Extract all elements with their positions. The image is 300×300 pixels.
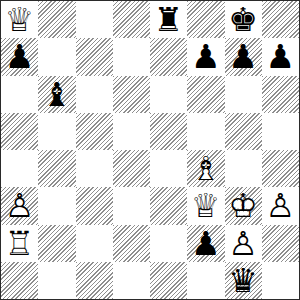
- square-c6[interactable]: [76, 76, 113, 113]
- black-pawn-glyph: ♟: [1, 38, 38, 75]
- square-b5[interactable]: [38, 113, 75, 150]
- square-c2[interactable]: [76, 225, 113, 262]
- square-a5[interactable]: [1, 113, 38, 150]
- square-h2[interactable]: [262, 225, 299, 262]
- square-h8[interactable]: [262, 1, 299, 38]
- square-e4[interactable]: [150, 150, 187, 187]
- white-bishop-glyph: ♗: [187, 150, 224, 187]
- square-b2[interactable]: [38, 225, 75, 262]
- square-b8[interactable]: [38, 1, 75, 38]
- white-queen: ♛♕: [187, 187, 224, 224]
- square-h7[interactable]: ♟: [262, 38, 299, 75]
- square-g2[interactable]: ♟♙: [225, 225, 262, 262]
- white-queen: ♛♕: [1, 1, 38, 38]
- square-a3[interactable]: ♟♙: [1, 187, 38, 224]
- square-d2[interactable]: [113, 225, 150, 262]
- white-bishop: ♝♗: [187, 150, 224, 187]
- square-f5[interactable]: [187, 113, 224, 150]
- white-pawn-glyph: ♙: [1, 187, 38, 224]
- white-rook: ♜♖: [1, 225, 38, 262]
- black-pawn-glyph: ♟: [187, 225, 224, 262]
- square-d6[interactable]: [113, 76, 150, 113]
- square-c4[interactable]: [76, 150, 113, 187]
- black-pawn-glyph: ♟: [187, 38, 224, 75]
- black-king: ♚: [225, 1, 262, 38]
- black-pawn-glyph: ♟: [262, 38, 299, 75]
- black-queen-glyph: ♛: [225, 262, 262, 299]
- square-d7[interactable]: [113, 38, 150, 75]
- square-c5[interactable]: [76, 113, 113, 150]
- square-g3[interactable]: ♚♔: [225, 187, 262, 224]
- square-e1[interactable]: [150, 262, 187, 299]
- square-f3[interactable]: ♛♕: [187, 187, 224, 224]
- square-d5[interactable]: [113, 113, 150, 150]
- square-e6[interactable]: [150, 76, 187, 113]
- square-c7[interactable]: [76, 38, 113, 75]
- square-b4[interactable]: [38, 150, 75, 187]
- square-f6[interactable]: [187, 76, 224, 113]
- square-d1[interactable]: [113, 262, 150, 299]
- white-pawn: ♟♙: [225, 225, 262, 262]
- square-e8[interactable]: ♜: [150, 1, 187, 38]
- square-g5[interactable]: [225, 113, 262, 150]
- square-g7[interactable]: ♟: [225, 38, 262, 75]
- white-pawn: ♟♙: [262, 187, 299, 224]
- square-b6[interactable]: ♝: [38, 76, 75, 113]
- square-e7[interactable]: [150, 38, 187, 75]
- square-g6[interactable]: [225, 76, 262, 113]
- black-rook-glyph: ♜: [150, 1, 187, 38]
- square-h3[interactable]: ♟♙: [262, 187, 299, 224]
- chess-board: ♛♕♜♚♟♟♟♟♝♝♗♟♙♛♕♚♔♟♙♜♖♟♟♙♛: [0, 0, 300, 300]
- white-queen-glyph: ♕: [187, 187, 224, 224]
- white-rook-glyph: ♖: [1, 225, 38, 262]
- white-pawn-glyph: ♙: [225, 225, 262, 262]
- square-g4[interactable]: [225, 150, 262, 187]
- black-pawn-glyph: ♟: [225, 38, 262, 75]
- black-pawn: ♟: [262, 38, 299, 75]
- square-g1[interactable]: ♛: [225, 262, 262, 299]
- square-a6[interactable]: [1, 76, 38, 113]
- square-b7[interactable]: [38, 38, 75, 75]
- black-rook: ♜: [150, 1, 187, 38]
- white-queen-glyph: ♕: [1, 1, 38, 38]
- square-f1[interactable]: [187, 262, 224, 299]
- square-b3[interactable]: [38, 187, 75, 224]
- square-f2[interactable]: ♟: [187, 225, 224, 262]
- square-a2[interactable]: ♜♖: [1, 225, 38, 262]
- black-pawn: ♟: [187, 225, 224, 262]
- square-h5[interactable]: [262, 113, 299, 150]
- square-b1[interactable]: [38, 262, 75, 299]
- white-king: ♚♔: [225, 187, 262, 224]
- square-a4[interactable]: [1, 150, 38, 187]
- square-h1[interactable]: [262, 262, 299, 299]
- square-c1[interactable]: [76, 262, 113, 299]
- black-pawn: ♟: [187, 38, 224, 75]
- square-d4[interactable]: [113, 150, 150, 187]
- black-bishop: ♝: [38, 76, 75, 113]
- square-d3[interactable]: [113, 187, 150, 224]
- black-pawn: ♟: [225, 38, 262, 75]
- black-queen: ♛: [225, 262, 262, 299]
- square-g8[interactable]: ♚: [225, 1, 262, 38]
- square-a7[interactable]: ♟: [1, 38, 38, 75]
- square-c3[interactable]: [76, 187, 113, 224]
- square-h6[interactable]: [262, 76, 299, 113]
- square-f7[interactable]: ♟: [187, 38, 224, 75]
- black-pawn: ♟: [1, 38, 38, 75]
- square-e5[interactable]: [150, 113, 187, 150]
- square-a8[interactable]: ♛♕: [1, 1, 38, 38]
- white-pawn: ♟♙: [1, 187, 38, 224]
- square-e3[interactable]: [150, 187, 187, 224]
- black-bishop-glyph: ♝: [38, 76, 75, 113]
- square-a1[interactable]: [1, 262, 38, 299]
- white-pawn-glyph: ♙: [262, 187, 299, 224]
- square-h4[interactable]: [262, 150, 299, 187]
- square-f8[interactable]: [187, 1, 224, 38]
- square-e2[interactable]: [150, 225, 187, 262]
- square-f4[interactable]: ♝♗: [187, 150, 224, 187]
- black-king-glyph: ♚: [225, 1, 262, 38]
- white-king-glyph: ♔: [225, 187, 262, 224]
- square-d8[interactable]: [113, 1, 150, 38]
- square-c8[interactable]: [76, 1, 113, 38]
